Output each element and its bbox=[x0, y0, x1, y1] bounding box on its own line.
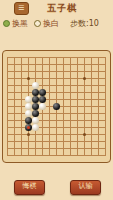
black-stone bbox=[25, 117, 32, 124]
menu-icon[interactable]: ☰ bbox=[14, 2, 29, 15]
board-grid[interactable] bbox=[7, 57, 106, 156]
black-stone bbox=[32, 89, 39, 96]
black-stone bbox=[32, 103, 39, 110]
undo-button[interactable]: 悔棋 bbox=[14, 180, 45, 195]
white-stone bbox=[25, 110, 32, 117]
white-stone bbox=[25, 96, 32, 103]
header: ☰ 五子棋 bbox=[0, 0, 113, 16]
white-stone bbox=[32, 82, 39, 89]
black-stone bbox=[39, 96, 46, 103]
black-stone bbox=[53, 103, 60, 110]
star-point bbox=[27, 77, 30, 80]
switch-black-option[interactable]: 换黑 bbox=[12, 18, 28, 29]
black-stone bbox=[25, 124, 32, 131]
black-stone bbox=[39, 89, 46, 96]
white-stone bbox=[39, 103, 46, 110]
last-move-marker bbox=[27, 126, 30, 129]
gomoku-board[interactable] bbox=[2, 50, 111, 163]
white-stone bbox=[32, 124, 39, 131]
switch-white-option[interactable]: 换白 bbox=[43, 18, 59, 29]
step-counter: 步数:10 bbox=[70, 18, 99, 29]
white-stone bbox=[32, 117, 39, 124]
black-stone bbox=[32, 110, 39, 117]
star-point bbox=[83, 77, 86, 80]
status-bar: 换黑 换白 步数:10 bbox=[2, 18, 111, 29]
star-point bbox=[27, 133, 30, 136]
resign-button[interactable]: 认输 bbox=[70, 180, 101, 195]
page-title: 五子棋 bbox=[40, 2, 84, 14]
radio-switch-black-icon[interactable] bbox=[3, 20, 10, 27]
star-point bbox=[83, 133, 86, 136]
white-stone bbox=[25, 103, 32, 110]
radio-switch-white-icon[interactable] bbox=[34, 20, 41, 27]
black-stone bbox=[32, 96, 39, 103]
